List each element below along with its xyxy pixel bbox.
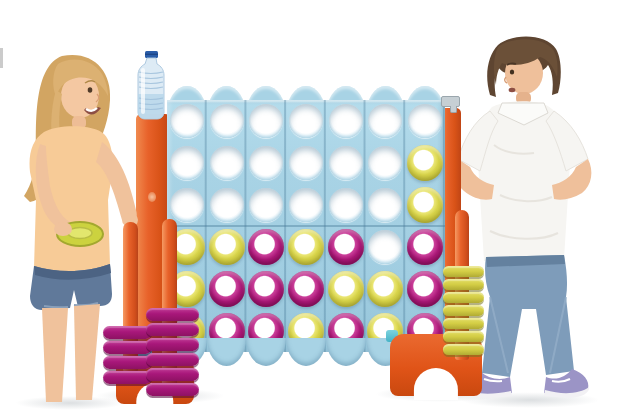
cell-r2c5[interactable]	[326, 142, 366, 184]
disc-magenta	[407, 271, 443, 307]
disc-magenta	[209, 271, 245, 307]
cell-r1c2[interactable]	[207, 100, 247, 142]
board-scallop	[207, 338, 247, 366]
yellow-spare-ring	[443, 318, 484, 329]
empty-hole	[210, 146, 244, 180]
cell-r5c3[interactable]	[246, 268, 286, 310]
magenta-spare-ring	[146, 338, 199, 351]
cell-r4c6[interactable]	[366, 226, 406, 268]
cell-r2c3[interactable]	[246, 142, 286, 184]
magenta-spare-ring	[146, 323, 199, 336]
board-scallop	[326, 338, 366, 366]
empty-hole	[329, 104, 363, 138]
magenta-spare-ring	[103, 371, 152, 384]
magenta-disc-stack-small	[103, 326, 152, 386]
magenta-spare-ring	[103, 326, 152, 339]
cell-r3c7[interactable]	[405, 184, 445, 226]
magenta-spare-ring	[146, 353, 199, 366]
connect-four-board	[167, 86, 445, 366]
yellow-spare-ring	[443, 266, 484, 277]
girl-eye	[88, 87, 93, 93]
empty-hole	[289, 146, 323, 180]
cell-r1c4[interactable]	[286, 100, 326, 142]
cell-r5c4[interactable]	[286, 268, 326, 310]
disc-yellow	[407, 187, 443, 223]
board-hook-latch	[441, 96, 460, 107]
cell-r4c2[interactable]	[207, 226, 247, 268]
cell-r5c7[interactable]	[405, 268, 445, 310]
cell-r4c5[interactable]	[326, 226, 366, 268]
board-scallop	[286, 338, 326, 366]
empty-hole	[210, 104, 244, 138]
boy-mouth	[509, 88, 516, 92]
board-scallop	[246, 338, 286, 366]
empty-hole	[329, 146, 363, 180]
cell-r1c6[interactable]	[366, 100, 406, 142]
empty-hole	[408, 104, 442, 138]
magenta-spare-ring	[103, 341, 152, 354]
yellow-spare-ring	[443, 305, 484, 316]
magenta-spare-ring	[103, 356, 152, 369]
magenta-spare-ring	[146, 383, 199, 396]
cell-r3c5[interactable]	[326, 184, 366, 226]
disc-magenta	[248, 271, 284, 307]
empty-hole	[249, 188, 283, 222]
cell-r3c4[interactable]	[286, 184, 326, 226]
cell-r2c2[interactable]	[207, 142, 247, 184]
cell-r1c1[interactable]	[167, 100, 207, 142]
board-body	[167, 100, 445, 352]
yellow-spare-ring	[443, 331, 484, 342]
disc-magenta	[248, 229, 284, 265]
girl-left-hand	[54, 222, 72, 236]
empty-hole	[368, 230, 402, 264]
cell-r4c4[interactable]	[286, 226, 326, 268]
yellow-spare-ring	[443, 292, 484, 303]
empty-hole	[170, 104, 204, 138]
yellow-disc-stack	[443, 266, 484, 357]
cell-r5c2[interactable]	[207, 268, 247, 310]
empty-hole	[170, 188, 204, 222]
empty-hole	[249, 146, 283, 180]
boy-eye	[510, 69, 514, 74]
product-photo-giant-connect-four	[0, 0, 617, 411]
magenta-spare-ring	[146, 368, 199, 381]
board-grid	[167, 100, 445, 352]
girl-right-leg	[74, 304, 100, 400]
cell-r5c5[interactable]	[326, 268, 366, 310]
yellow-spare-ring	[443, 279, 484, 290]
disc-yellow	[367, 271, 403, 307]
cell-r2c6[interactable]	[366, 142, 406, 184]
empty-hole	[368, 188, 402, 222]
empty-hole	[289, 104, 323, 138]
girl-left-leg	[42, 308, 68, 402]
cell-r3c3[interactable]	[246, 184, 286, 226]
magenta-disc-stack-tall	[146, 308, 199, 398]
empty-hole	[329, 188, 363, 222]
cell-r2c7[interactable]	[405, 142, 445, 184]
disc-yellow	[209, 229, 245, 265]
cell-r3c2[interactable]	[207, 184, 247, 226]
empty-hole	[210, 188, 244, 222]
cell-r3c6[interactable]	[366, 184, 406, 226]
magenta-spare-ring	[146, 308, 199, 321]
disc-magenta	[328, 229, 364, 265]
disc-yellow	[407, 145, 443, 181]
disc-yellow	[288, 229, 324, 265]
cell-r4c3[interactable]	[246, 226, 286, 268]
cell-r1c7[interactable]	[405, 100, 445, 142]
cell-r1c3[interactable]	[246, 100, 286, 142]
empty-hole	[368, 146, 402, 180]
cell-r2c4[interactable]	[286, 142, 326, 184]
boy-jeans	[482, 255, 574, 377]
disc-magenta	[288, 271, 324, 307]
cell-r1c5[interactable]	[326, 100, 366, 142]
cell-r5c6[interactable]	[366, 268, 406, 310]
empty-hole	[289, 188, 323, 222]
empty-hole	[368, 104, 402, 138]
cell-r4c7[interactable]	[405, 226, 445, 268]
yellow-spare-ring	[443, 344, 484, 355]
disc-magenta	[407, 229, 443, 265]
disc-yellow	[328, 271, 364, 307]
cell-r2c1[interactable]	[167, 142, 207, 184]
empty-hole	[170, 146, 204, 180]
empty-hole	[249, 104, 283, 138]
